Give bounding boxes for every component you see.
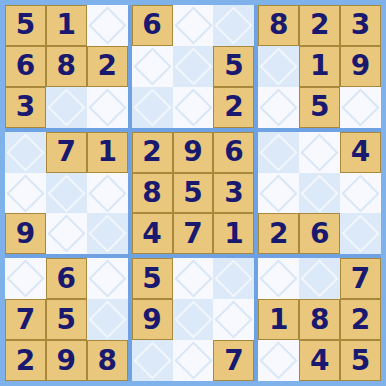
cell-value: 9 [57,347,76,375]
cell-r8c1[interactable]: 7 [5,299,46,340]
cell-r8c3[interactable] [87,299,128,340]
cell-value: 2 [269,220,288,248]
diamond-icon [47,174,85,212]
cell-value: 6 [224,138,243,166]
cell-value: 2 [97,52,116,80]
cell-value: 9 [16,220,35,248]
cell-value: 3 [16,93,35,121]
box-3-1: 675298 [5,258,128,381]
cell-value: 5 [57,306,76,334]
cell-r9c2[interactable]: 9 [46,340,87,381]
diamond-icon [174,47,212,85]
cell-r9c9[interactable]: 5 [340,340,381,381]
cell-r3c5[interactable] [173,87,214,128]
diamond-icon [88,174,126,212]
diamond-icon [133,47,171,85]
cell-r5c8[interactable] [299,173,340,214]
cell-value: 5 [351,347,370,375]
cell-r2c5[interactable] [173,46,214,87]
cell-r4c9[interactable]: 4 [340,132,381,173]
cell-r8c8[interactable]: 8 [299,299,340,340]
cell-r1c2[interactable]: 1 [46,5,87,46]
cell-r9c7[interactable] [258,340,299,381]
cell-value: 6 [57,265,76,293]
cell-r5c6[interactable]: 3 [213,173,254,214]
diamond-icon [88,6,126,44]
cell-r7c2[interactable]: 6 [46,258,87,299]
sudoku-board: 5168236528231957192968534714266752985977… [0,0,386,386]
cell-r6c5[interactable]: 7 [173,213,214,254]
cell-r7c8[interactable] [299,258,340,299]
box-1-3: 823195 [258,5,381,128]
cell-value: 8 [57,52,76,80]
cell-r7c6[interactable] [213,258,254,299]
cell-value: 9 [351,52,370,80]
cell-value: 8 [97,347,116,375]
cell-r6c3[interactable] [87,213,128,254]
cell-r9c1[interactable]: 2 [5,340,46,381]
diamond-icon [174,260,212,298]
cell-r1c5[interactable] [173,5,214,46]
cell-r6c9[interactable] [340,213,381,254]
cell-r1c8[interactable]: 2 [299,5,340,46]
diamond-icon [260,88,298,126]
cell-value: 5 [183,179,202,207]
cell-value: 1 [57,11,76,39]
cell-r6c1[interactable]: 9 [5,213,46,254]
cell-value: 1 [97,138,116,166]
cell-value: 2 [310,11,329,39]
cell-r8c5[interactable] [173,299,214,340]
diamond-icon [341,174,379,212]
cell-r4c7[interactable] [258,132,299,173]
cell-r6c6[interactable]: 1 [213,213,254,254]
diamond-icon [47,215,85,253]
cell-value: 9 [142,306,161,334]
cell-r8c7[interactable]: 1 [258,299,299,340]
cell-r2c4[interactable] [132,46,173,87]
cell-r8c4[interactable]: 9 [132,299,173,340]
diamond-icon [47,88,85,126]
cell-r5c1[interactable] [5,173,46,214]
cell-r3c2[interactable] [46,87,87,128]
diamond-icon [341,88,379,126]
cell-r4c1[interactable] [5,132,46,173]
cell-value: 4 [310,347,329,375]
diamond-icon [301,174,339,212]
cell-value: 2 [142,138,161,166]
cell-value: 1 [269,306,288,334]
diamond-icon [301,133,339,171]
cell-value: 1 [310,52,329,80]
cell-value: 4 [351,138,370,166]
cell-r9c4[interactable] [132,340,173,381]
cell-r4c5[interactable]: 9 [173,132,214,173]
cell-r2c8[interactable]: 1 [299,46,340,87]
cell-r9c8[interactable]: 4 [299,340,340,381]
cell-r3c6[interactable]: 2 [213,87,254,128]
cell-value: 7 [57,138,76,166]
cell-r8c2[interactable]: 5 [46,299,87,340]
diamond-icon [6,133,44,171]
cell-r1c6[interactable] [213,5,254,46]
diamond-icon [301,260,339,298]
cell-r2c3[interactable]: 2 [87,46,128,87]
diamond-icon [133,341,171,379]
cell-r7c7[interactable] [258,258,299,299]
diamond-icon [260,341,298,379]
cell-r2c6[interactable]: 5 [213,46,254,87]
box-1-1: 516823 [5,5,128,128]
cell-value: 5 [16,11,35,39]
cell-r7c1[interactable] [5,258,46,299]
cell-value: 5 [224,52,243,80]
cell-value: 7 [183,220,202,248]
box-2-1: 719 [5,132,128,255]
cell-value: 6 [142,11,161,39]
cell-value: 2 [224,93,243,121]
cell-r8c9[interactable]: 2 [340,299,381,340]
cell-r2c2[interactable]: 8 [46,46,87,87]
diamond-icon [133,88,171,126]
cell-r4c4[interactable]: 2 [132,132,173,173]
cell-value: 8 [310,306,329,334]
cell-r6c2[interactable] [46,213,87,254]
cell-r3c9[interactable] [340,87,381,128]
cell-r2c9[interactable]: 9 [340,46,381,87]
cell-r8c6[interactable] [213,299,254,340]
cell-value: 1 [224,220,243,248]
cell-r5c9[interactable] [340,173,381,214]
cell-r3c8[interactable]: 5 [299,87,340,128]
diamond-icon [174,301,212,339]
cell-value: 4 [142,220,161,248]
diamond-icon [215,6,253,44]
diamond-icon [6,260,44,298]
cell-value: 7 [224,347,243,375]
diamond-icon [260,47,298,85]
cell-value: 2 [16,347,35,375]
cell-r5c7[interactable] [258,173,299,214]
cell-r7c4[interactable]: 5 [132,258,173,299]
box-2-2: 296853471 [132,132,255,255]
cell-value: 5 [310,93,329,121]
cell-value: 8 [269,11,288,39]
cell-r4c8[interactable] [299,132,340,173]
cell-value: 5 [142,265,161,293]
cell-r1c4[interactable]: 6 [132,5,173,46]
cell-r1c3[interactable] [87,5,128,46]
cell-r5c3[interactable] [87,173,128,214]
cell-r9c5[interactable] [173,340,214,381]
cell-r6c4[interactable]: 4 [132,213,173,254]
diamond-icon [88,215,126,253]
cell-r3c1[interactable]: 3 [5,87,46,128]
cell-r7c5[interactable] [173,258,214,299]
cell-r5c4[interactable]: 8 [132,173,173,214]
cell-value: 9 [183,138,202,166]
cell-r6c8[interactable]: 6 [299,213,340,254]
cell-r5c5[interactable]: 5 [173,173,214,214]
diamond-icon [88,88,126,126]
cell-value: 7 [351,265,370,293]
box-3-3: 718245 [258,258,381,381]
cell-value: 3 [351,11,370,39]
diamond-icon [174,341,212,379]
cell-r4c6[interactable]: 6 [213,132,254,173]
diamond-icon [174,88,212,126]
cell-r2c1[interactable]: 6 [5,46,46,87]
cell-r4c2[interactable]: 7 [46,132,87,173]
diamond-icon [88,301,126,339]
cell-r1c7[interactable]: 8 [258,5,299,46]
cell-r3c4[interactable] [132,87,173,128]
cell-r3c3[interactable] [87,87,128,128]
cell-r3c7[interactable] [258,87,299,128]
cell-value: 8 [142,179,161,207]
cell-r7c9[interactable]: 7 [340,258,381,299]
diamond-icon [260,174,298,212]
cell-value: 6 [310,220,329,248]
cell-r7c3[interactable] [87,258,128,299]
cell-value: 6 [16,52,35,80]
diamond-icon [215,301,253,339]
cell-r4c3[interactable]: 1 [87,132,128,173]
cell-r1c1[interactable]: 5 [5,5,46,46]
diamond-icon [260,260,298,298]
diamond-icon [260,133,298,171]
cell-r6c7[interactable]: 2 [258,213,299,254]
diamond-icon [88,260,126,298]
cell-r9c6[interactable]: 7 [213,340,254,381]
cell-value: 2 [351,306,370,334]
cell-r2c7[interactable] [258,46,299,87]
diamond-icon [215,260,253,298]
box-3-2: 597 [132,258,255,381]
cell-value: 7 [16,306,35,334]
cell-r9c3[interactable]: 8 [87,340,128,381]
cell-r1c9[interactable]: 3 [340,5,381,46]
diamond-icon [341,215,379,253]
cell-r5c2[interactable] [46,173,87,214]
diamond-icon [6,174,44,212]
diamond-icon [174,6,212,44]
box-1-2: 652 [132,5,255,128]
cell-value: 3 [224,179,243,207]
box-2-3: 426 [258,132,381,255]
